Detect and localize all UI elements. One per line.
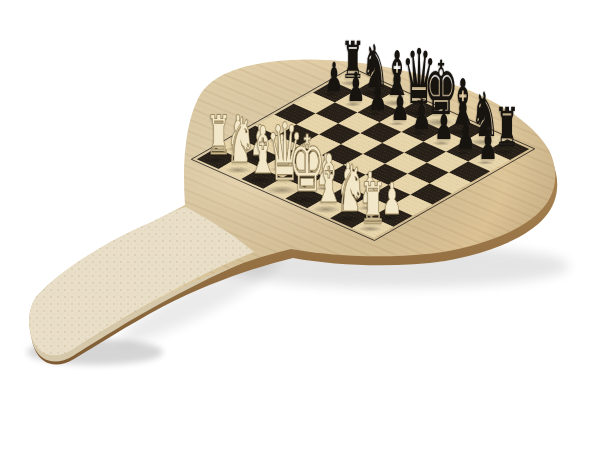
white-rook-icon: ♜: [359, 175, 386, 232]
black-pawn-icon: ♟: [478, 123, 498, 165]
piece-white-rook-h1[interactable]: ♜: [347, 175, 398, 232]
paddle: [0, 0, 610, 460]
piece-black-pawn-h7[interactable]: ♟: [469, 123, 507, 165]
product-photo: ♜♞♝♛♚♝♞♜♟♟♟♟♟♟♟♟♟♟♟♟♟♟♟♟♜♞♝♛♚♝♞♜: [0, 0, 610, 460]
